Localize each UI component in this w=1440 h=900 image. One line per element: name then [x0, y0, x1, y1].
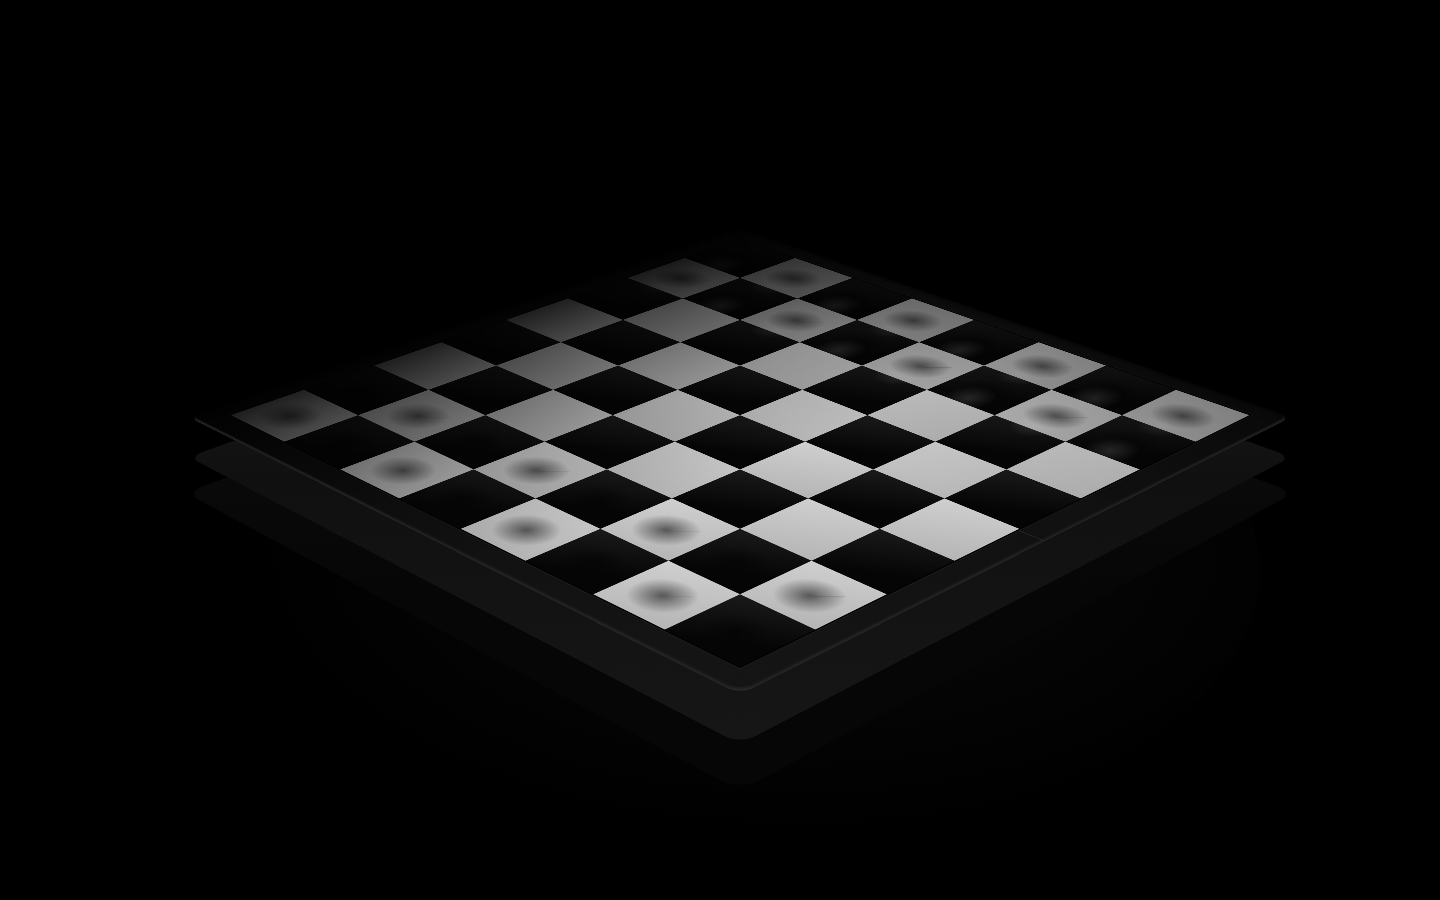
- chess-board: ♜♞♝♛♚♝♞♜♟♟♟♟♟♟♟♟♟♟♟♟♟♟♟♟♜♞♝♛♚♝♞♜: [188, 228, 1291, 695]
- playing-surface: ♜♞♝♛♚♝♞♜♟♟♟♟♟♟♟♟♟♟♟♟♟♟♟♟♜♞♝♛♚♝♞♜: [231, 241, 1249, 669]
- render-canvas: ♜♞♝♛♚♝♞♜♟♟♟♟♟♟♟♟♟♟♟♟♟♟♟♟♜♞♝♛♚♝♞♜: [0, 0, 1440, 900]
- scene: ♜♞♝♛♚♝♞♜♟♟♟♟♟♟♟♟♟♟♟♟♟♟♟♟♜♞♝♛♚♝♞♜: [0, 0, 1440, 900]
- board-frame: ♜♞♝♛♚♝♞♜♟♟♟♟♟♟♟♟♟♟♟♟♟♟♟♟♜♞♝♛♚♝♞♜: [188, 228, 1291, 695]
